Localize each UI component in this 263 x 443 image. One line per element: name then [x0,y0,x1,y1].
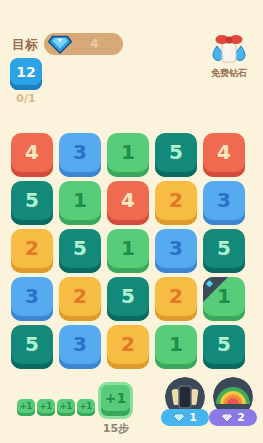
tile-value: 3 [73,334,87,354]
tile-value: 4 [217,142,231,162]
add-one-big-button[interactable]: +1 [98,382,133,419]
rainbow-cost-pill: 2 [209,409,257,426]
goal-progress: 0/1 [8,92,44,105]
tile-value: 5 [25,190,39,210]
tile-r5c4[interactable]: 1 [155,325,197,369]
hammer-cost: 1 [189,411,197,424]
board: 43154514232513532521◆53215 [11,133,245,369]
tile-r2c4[interactable]: 2 [155,181,197,225]
tile-r4c5[interactable]: 1◆ [203,277,245,321]
tile-r1c2[interactable]: 3 [59,133,101,177]
tile-r4c1[interactable]: 3 [11,277,53,321]
tile-r3c1[interactable]: 2 [11,229,53,273]
free-diamonds-label: 免费钻石 [203,67,255,80]
tile-r3c5[interactable]: 5 [203,229,245,273]
goal-pill: 4 [44,33,123,55]
tile-r5c5[interactable]: 5 [203,325,245,369]
tile-value: 3 [169,238,183,258]
tile-r4c3[interactable]: 5 [107,277,149,321]
tile-value: 2 [169,286,183,306]
tile-value: 4 [121,190,135,210]
tile-value: 1 [169,334,183,354]
tile-r5c3[interactable]: 2 [107,325,149,369]
tile-r1c3[interactable]: 1 [107,133,149,177]
tile-value: 2 [73,286,87,306]
tile-r1c5[interactable]: 4 [203,133,245,177]
tile-r2c2[interactable]: 1 [59,181,101,225]
tile-value: 3 [217,190,231,210]
tile-value: 2 [169,190,183,210]
diamond-icon: ◆ [206,278,213,288]
goal-tile-12: 12 [10,58,42,90]
goal-label: 目标 [12,36,38,54]
tile-value: 5 [25,334,39,354]
tile-value: 4 [25,142,39,162]
tile-value: 5 [217,238,231,258]
tile-value: 1 [217,286,231,306]
tile-r2c3[interactable]: 4 [107,181,149,225]
add-one-button-3[interactable]: +1 [57,399,75,416]
powerup-hammer-button[interactable]: 1 [161,377,209,427]
tile-r2c5[interactable]: 3 [203,181,245,225]
tile-r1c4[interactable]: 5 [155,133,197,177]
game-screen: 目标 4 12 0/1 免费钻石 43154514232513532521◆53… [0,0,263,443]
tile-r3c2[interactable]: 5 [59,229,101,273]
rainbow-cost: 2 [237,411,245,424]
tile-value: 5 [169,142,183,162]
add-one-button-1[interactable]: +1 [17,399,35,416]
tile-value: 3 [73,142,87,162]
hammer-cost-pill: 1 [161,409,209,426]
tile-r5c2[interactable]: 3 [59,325,101,369]
powerup-rainbow-button[interactable]: 2 [209,377,257,427]
tile-r5c1[interactable]: 5 [11,325,53,369]
tile-value: 5 [217,334,231,354]
diamond-icon [173,412,185,423]
tile-value: 1 [73,190,87,210]
add-one-button-2[interactable]: +1 [37,399,55,416]
add-one-button-4[interactable]: +1 [77,399,95,416]
tile-value: 3 [25,286,39,306]
tile-value: 1 [121,238,135,258]
steps-remaining: 15步 [92,421,140,436]
tile-value: 2 [121,334,135,354]
tile-r2c1[interactable]: 5 [11,181,53,225]
tile-value: 2 [25,238,39,258]
free-diamonds-button[interactable]: 免费钻石 [203,33,255,80]
diamond-icon [221,412,233,423]
tile-value: 5 [73,238,87,258]
tile-value: 5 [121,286,135,306]
goal-gem-count: 4 [44,33,123,55]
tile-r3c4[interactable]: 3 [155,229,197,273]
tile-r3c3[interactable]: 1 [107,229,149,273]
tile-r4c2[interactable]: 2 [59,277,101,321]
tile-r1c1[interactable]: 4 [11,133,53,177]
tile-r4c4[interactable]: 2 [155,277,197,321]
gift-diamonds-icon [211,33,247,65]
tile-value: 1 [121,142,135,162]
